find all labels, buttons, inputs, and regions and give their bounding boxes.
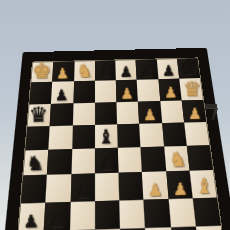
square-e1: [120, 228, 147, 230]
square-g7: ♟: [158, 79, 181, 101]
square-e5: [117, 123, 141, 147]
square-f3: ♟: [142, 172, 168, 199]
square-c7: [73, 81, 95, 103]
square-h1: [196, 225, 225, 230]
square-b2: ♟: [44, 201, 70, 230]
black-pawn-piece: ♟: [99, 155, 114, 172]
square-f4: [141, 147, 166, 173]
black-pawn-piece: ♟: [75, 182, 91, 199]
black-pawn-piece: ♟: [55, 87, 69, 102]
square-d6: [95, 102, 117, 125]
white-queen-piece: ♛: [182, 78, 201, 99]
square-f5: [139, 123, 163, 147]
square-e4: [118, 147, 142, 173]
white-bishop-piece: ♝: [195, 175, 214, 196]
black-pawn-piece: ♟: [23, 212, 39, 230]
square-a2: ♟: [19, 202, 46, 230]
square-f8: ♟: [136, 59, 158, 80]
square-c8: ♞: [74, 61, 95, 82]
square-e8: ♟: [115, 60, 137, 81]
square-g8: ♟: [156, 59, 179, 80]
square-h2: [192, 197, 220, 226]
square-h5: [184, 122, 210, 146]
square-b5: [49, 125, 73, 149]
square-g4: ♞: [164, 146, 190, 172]
square-a4: ♞: [23, 150, 48, 176]
square-d3: [95, 173, 119, 201]
square-f1: [145, 227, 173, 230]
square-b4: [47, 149, 72, 175]
white-knight-piece: ♞: [168, 150, 186, 170]
square-g3: ♟: [166, 171, 193, 198]
black-pawn-piece: ♟: [120, 64, 133, 79]
square-g6: [160, 100, 184, 123]
black-bishop-piece: ♝: [97, 127, 115, 147]
white-knight-piece: ♞: [76, 62, 92, 80]
white-king-piece: ♚: [32, 60, 51, 81]
square-e6: [116, 101, 139, 124]
white-pawn-piece: ♟: [148, 180, 164, 197]
square-e3: [118, 172, 143, 200]
square-a3: [21, 175, 47, 203]
white-pawn-piece: ♟: [56, 66, 69, 81]
square-b3: [46, 174, 71, 202]
square-a5: [25, 126, 49, 151]
square-h4: [187, 145, 213, 171]
square-f7: [137, 79, 160, 101]
board-scene: ♚♟♞♝♟♟♟♚♟♟♟♛♛♟♟♝♞♟♞♟♟♟♝♟♟: [23, 50, 207, 230]
square-c5: [72, 125, 95, 149]
chessboard-squares: ♚♟♞♝♟♟♟♚♟♟♟♛♛♟♟♝♞♟♞♟♟♟♝♟♟: [16, 58, 225, 230]
white-pawn-piece: ♟: [143, 106, 157, 122]
white-pawn-piece: ♟: [120, 85, 134, 100]
black-queen-piece: ♛: [29, 104, 48, 126]
chessboard-frame: ♚♟♞♝♟♟♟♚♟♟♟♛♛♟♟♝♞♟♞♟♟♟♝♟♟: [0, 48, 230, 230]
square-h6: ♟: [181, 99, 206, 122]
black-pawn-piece: ♟: [162, 63, 175, 78]
square-h3: ♝: [189, 170, 216, 197]
chess-set-photo: ♚♟♞♝♟♟♟♚♟♟♟♛♛♟♟♝♞♟♞♟♟♟♝♟♟: [0, 0, 230, 230]
white-pawn-piece: ♟: [163, 84, 177, 99]
square-b8: ♟: [52, 61, 74, 82]
square-c1: [69, 229, 95, 230]
square-h8: ♚: [177, 58, 200, 78]
black-pawn-piece: ♟: [141, 64, 154, 79]
square-d2: [95, 200, 120, 229]
black-king-piece: ♚: [180, 57, 199, 78]
square-c2: [69, 201, 94, 230]
square-c4: [71, 148, 95, 174]
square-f6: ♟: [138, 101, 162, 124]
square-d7: [95, 81, 117, 103]
square-b7: ♟: [51, 82, 73, 104]
square-a6: ♛: [28, 103, 52, 126]
white-pawn-piece: ♟: [172, 180, 187, 197]
square-g5: [162, 122, 187, 146]
square-a8: ♚: [31, 62, 53, 83]
square-f2: [144, 198, 171, 227]
black-knight-piece: ♞: [26, 154, 44, 175]
square-d4: ♟: [95, 148, 119, 174]
square-b6: [50, 103, 73, 126]
square-e2: [119, 199, 145, 228]
black-pawn-piece: ♟: [49, 211, 65, 229]
white-pawn-piece: ♟: [188, 105, 202, 121]
square-c3: ♟: [70, 174, 95, 202]
square-d8: ♝: [95, 60, 116, 81]
square-d5: ♝: [95, 124, 118, 148]
square-a7: [29, 82, 52, 104]
black-bishop-piece: ♝: [97, 62, 113, 80]
square-e7: ♟: [116, 80, 138, 102]
square-h7: ♛: [179, 78, 203, 100]
square-c6: [72, 102, 94, 125]
square-g2: [168, 198, 196, 227]
